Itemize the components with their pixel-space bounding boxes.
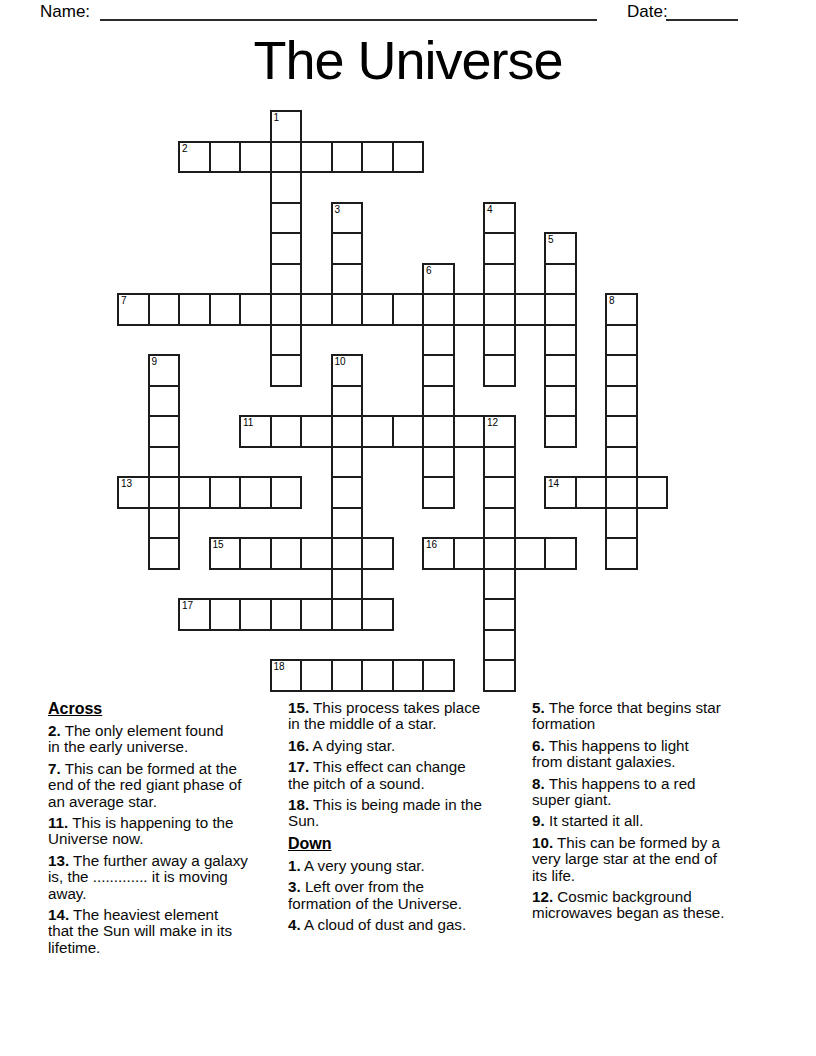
grid-cell-r5c14[interactable] xyxy=(544,263,577,296)
grid-cell-r16c8[interactable] xyxy=(361,598,394,631)
grid-cell-r10c8[interactable] xyxy=(361,415,394,448)
clue-number-2: 2 xyxy=(182,143,188,154)
clue-item-text: A cloud of dust and gas. xyxy=(304,916,466,933)
grid-cell-r16c5[interactable] xyxy=(270,598,303,631)
clue-item-10: 10. This can be formed by a very large s… xyxy=(532,835,784,884)
clue-item-15: 15. This process takes place in the midd… xyxy=(288,700,526,733)
grid-cell-r14c10[interactable]: 16 xyxy=(422,537,455,570)
clue-number-8: 8 xyxy=(609,295,615,306)
grid-cell-r12c3[interactable] xyxy=(209,476,242,509)
clue-number-10: 10 xyxy=(335,356,346,367)
clue-item-9: 9. It started it all. xyxy=(532,813,784,829)
grid-cell-r14c3[interactable]: 15 xyxy=(209,537,242,570)
grid-cell-r3c12[interactable]: 4 xyxy=(483,202,516,235)
grid-cell-r13c12[interactable] xyxy=(483,507,516,540)
clue-item-text: This is happening to the Universe now. xyxy=(48,814,234,847)
grid-cell-r10c9[interactable] xyxy=(392,415,425,448)
grid-cell-r1c5[interactable] xyxy=(270,141,303,174)
grid-cell-r18c8[interactable] xyxy=(361,659,394,692)
clue-item-4: 4. A cloud of dust and gas. xyxy=(288,917,526,933)
clue-item-13: 13. The further away a galaxy is, the ..… xyxy=(48,853,288,902)
clue-column-3: 5. The force that begins star formation6… xyxy=(532,700,784,927)
grid-cell-r8c10[interactable] xyxy=(422,354,455,387)
grid-cell-r18c12[interactable] xyxy=(483,659,516,692)
clue-item-6: 6. This happens to light from distant ga… xyxy=(532,738,784,771)
grid-cell-r10c1[interactable] xyxy=(148,415,181,448)
clue-item-2: 2. The only element found in the early u… xyxy=(48,723,288,756)
grid-cell-r1c9[interactable] xyxy=(392,141,425,174)
grid-cell-r12c15[interactable] xyxy=(575,476,608,509)
clue-item-1: 1. A very young star. xyxy=(288,858,526,874)
grid-cell-r4c5[interactable] xyxy=(270,232,303,265)
clue-item-number: 5. xyxy=(532,699,545,716)
grid-cell-r1c6[interactable] xyxy=(300,141,333,174)
grid-cell-r14c8[interactable] xyxy=(361,537,394,570)
grid-cell-r14c11[interactable] xyxy=(453,537,486,570)
grid-cell-r15c12[interactable] xyxy=(483,568,516,601)
clue-item-5: 5. The force that begins star formation xyxy=(532,700,784,733)
grid-cell-r14c12[interactable] xyxy=(483,537,516,570)
grid-cell-r8c7[interactable]: 10 xyxy=(331,354,364,387)
clue-item-number: 9. xyxy=(532,812,545,829)
grid-cell-r12c14[interactable]: 14 xyxy=(544,476,577,509)
grid-cell-r12c4[interactable] xyxy=(239,476,272,509)
grid-cell-r6c4[interactable] xyxy=(239,293,272,326)
grid-cell-r13c16[interactable] xyxy=(605,507,638,540)
clue-item-text: This happens to light from distant galax… xyxy=(532,737,689,770)
clue-item-17: 17. This effect can change the pitch of … xyxy=(288,759,526,792)
grid-cell-r11c1[interactable] xyxy=(148,446,181,479)
grid-cell-r15c7[interactable] xyxy=(331,568,364,601)
clue-column-1: Across2. The only element found in the e… xyxy=(48,700,288,961)
grid-cell-r16c3[interactable] xyxy=(209,598,242,631)
grid-cell-r14c1[interactable] xyxy=(148,537,181,570)
clue-item-text: The only element found in the early univ… xyxy=(48,722,223,755)
clue-number-6: 6 xyxy=(426,265,432,276)
clue-item-3: 3. Left over from the formation of the U… xyxy=(288,879,526,912)
grid-cell-r10c10[interactable] xyxy=(422,415,455,448)
clue-item-number: 1. xyxy=(288,857,301,874)
clue-item-number: 3. xyxy=(288,878,301,895)
grid-cell-r4c14[interactable]: 5 xyxy=(544,232,577,265)
grid-cell-r8c16[interactable] xyxy=(605,354,638,387)
grid-cell-r10c6[interactable] xyxy=(300,415,333,448)
clue-number-3: 3 xyxy=(335,204,341,215)
clue-item-text: Left over from the formation of the Univ… xyxy=(288,878,462,911)
grid-cell-r12c10[interactable] xyxy=(422,476,455,509)
grid-cell-r10c4[interactable]: 11 xyxy=(239,415,272,448)
grid-cell-r11c7[interactable] xyxy=(331,446,364,479)
clue-number-9: 9 xyxy=(152,356,158,367)
date-label: Date: xyxy=(627,2,668,22)
clue-number-5: 5 xyxy=(548,234,554,245)
grid-cell-r7c5[interactable] xyxy=(270,324,303,357)
clue-item-number: 13. xyxy=(48,852,69,869)
clue-item-number: 18. xyxy=(288,796,309,813)
clue-item-text: This is being made in the Sun. xyxy=(288,796,482,829)
grid-cell-r16c7[interactable] xyxy=(331,598,364,631)
clue-number-1: 1 xyxy=(274,112,280,123)
grid-cell-r1c2[interactable]: 2 xyxy=(178,141,211,174)
grid-cell-r6c7[interactable] xyxy=(331,293,364,326)
grid-cell-r18c7[interactable] xyxy=(331,659,364,692)
clue-item-number: 17. xyxy=(288,758,309,775)
grid-cell-r5c10[interactable]: 6 xyxy=(422,263,455,296)
grid-cell-r12c16[interactable] xyxy=(605,476,638,509)
grid-cell-r6c6[interactable] xyxy=(300,293,333,326)
grid-cell-r9c10[interactable] xyxy=(422,385,455,418)
clue-item-8: 8. This happens to a red super giant. xyxy=(532,776,784,809)
grid-cell-r18c6[interactable] xyxy=(300,659,333,692)
clue-item-number: 4. xyxy=(288,916,301,933)
clue-number-15: 15 xyxy=(213,539,224,550)
clue-number-16: 16 xyxy=(426,539,437,550)
clue-item-text: The heaviest element that the Sun will m… xyxy=(48,906,232,956)
clue-number-7: 7 xyxy=(121,295,127,306)
grid-cell-r10c11[interactable] xyxy=(453,415,486,448)
crossword-grid: 123456789101112131415161718 xyxy=(117,110,670,692)
clue-column-2: 15. This process takes place in the midd… xyxy=(288,700,526,938)
date-fill-line[interactable] xyxy=(666,19,738,21)
clue-number-13: 13 xyxy=(121,478,132,489)
clue-item-text: A dying star. xyxy=(313,737,396,754)
grid-cell-r6c10[interactable] xyxy=(422,293,455,326)
grid-cell-r8c14[interactable] xyxy=(544,354,577,387)
grid-cell-r10c14[interactable] xyxy=(544,415,577,448)
grid-cell-r6c12[interactable] xyxy=(483,293,516,326)
grid-cell-r6c2[interactable] xyxy=(178,293,211,326)
grid-cell-r9c7[interactable] xyxy=(331,385,364,418)
grid-cell-r12c0[interactable]: 13 xyxy=(117,476,150,509)
grid-cell-r16c12[interactable] xyxy=(483,598,516,631)
grid-cell-r18c5[interactable]: 18 xyxy=(270,659,303,692)
grid-cell-r18c10[interactable] xyxy=(422,659,455,692)
grid-cell-r10c5[interactable] xyxy=(270,415,303,448)
grid-cell-r8c12[interactable] xyxy=(483,354,516,387)
grid-cell-r5c5[interactable] xyxy=(270,263,303,296)
grid-cell-r6c14[interactable] xyxy=(544,293,577,326)
clue-item-text: The further away a galaxy is, the ......… xyxy=(48,852,248,902)
grid-cell-r14c7[interactable] xyxy=(331,537,364,570)
grid-cell-r6c8[interactable] xyxy=(361,293,394,326)
grid-cell-r5c7[interactable] xyxy=(331,263,364,296)
grid-cell-r9c14[interactable] xyxy=(544,385,577,418)
clue-item-number: 11. xyxy=(48,814,68,831)
grid-cell-r12c2[interactable] xyxy=(178,476,211,509)
grid-cell-r16c4[interactable] xyxy=(239,598,272,631)
grid-cell-r8c5[interactable] xyxy=(270,354,303,387)
grid-cell-r1c7[interactable] xyxy=(331,141,364,174)
clue-number-14: 14 xyxy=(548,478,559,489)
clue-item-text: It started it all. xyxy=(549,812,644,829)
clue-item-text: This can be formed by a very large star … xyxy=(532,834,720,884)
grid-cell-r7c14[interactable] xyxy=(544,324,577,357)
grid-cell-r6c3[interactable] xyxy=(209,293,242,326)
clue-item-12: 12. Cosmic background microwaves began a… xyxy=(532,889,784,922)
clue-number-11: 11 xyxy=(243,417,253,428)
grid-cell-r7c10[interactable] xyxy=(422,324,455,357)
grid-cell-r11c10[interactable] xyxy=(422,446,455,479)
clue-item-text: Cosmic background microwaves began as th… xyxy=(532,888,724,921)
grid-cell-r6c16[interactable]: 8 xyxy=(605,293,638,326)
grid-cell-r11c16[interactable] xyxy=(605,446,638,479)
grid-cell-r7c16[interactable] xyxy=(605,324,638,357)
grid-cell-r9c1[interactable] xyxy=(148,385,181,418)
grid-cell-r14c4[interactable] xyxy=(239,537,272,570)
grid-cell-r8c1[interactable]: 9 xyxy=(148,354,181,387)
grid-cell-r14c5[interactable] xyxy=(270,537,303,570)
grid-cell-r4c12[interactable] xyxy=(483,232,516,265)
grid-cell-r14c6[interactable] xyxy=(300,537,333,570)
grid-cell-r10c12[interactable]: 12 xyxy=(483,415,516,448)
grid-cell-r6c5[interactable] xyxy=(270,293,303,326)
grid-cell-r12c12[interactable] xyxy=(483,476,516,509)
clue-item-number: 15. xyxy=(288,699,309,716)
grid-cell-r12c17[interactable] xyxy=(636,476,669,509)
clue-item-16: 16. A dying star. xyxy=(288,738,526,754)
grid-cell-r14c16[interactable] xyxy=(605,537,638,570)
clue-item-text: The force that begins star formation xyxy=(532,699,721,732)
name-label: Name: xyxy=(40,2,90,22)
clue-item-14: 14. The heaviest element that the Sun wi… xyxy=(48,907,288,956)
clue-item-number: 6. xyxy=(532,737,545,754)
grid-cell-r6c1[interactable] xyxy=(148,293,181,326)
grid-cell-r11c12[interactable] xyxy=(483,446,516,479)
clue-number-4: 4 xyxy=(487,204,493,215)
clue-number-18: 18 xyxy=(274,661,285,672)
grid-cell-r17c12[interactable] xyxy=(483,629,516,662)
grid-cell-r6c13[interactable] xyxy=(514,293,547,326)
grid-cell-r6c9[interactable] xyxy=(392,293,425,326)
clue-item-number: 8. xyxy=(532,775,545,792)
clue-number-12: 12 xyxy=(487,417,498,428)
grid-cell-r18c9[interactable] xyxy=(392,659,425,692)
grid-cell-r12c7[interactable] xyxy=(331,476,364,509)
clue-item-number: 12. xyxy=(532,888,553,905)
clue-item-7: 7. This can be formed at the end of the … xyxy=(48,761,288,810)
grid-cell-r6c0[interactable]: 7 xyxy=(117,293,150,326)
grid-cell-r10c7[interactable] xyxy=(331,415,364,448)
grid-cell-r9c16[interactable] xyxy=(605,385,638,418)
grid-cell-r7c12[interactable] xyxy=(483,324,516,357)
clue-item-number: 2. xyxy=(48,722,61,739)
clue-item-text: A very young star. xyxy=(304,857,425,874)
clue-item-text: This process takes place in the middle o… xyxy=(288,699,480,732)
page-title: The Universe xyxy=(0,31,816,90)
name-fill-line[interactable] xyxy=(100,19,597,21)
grid-cell-r1c4[interactable] xyxy=(239,141,272,174)
grid-cell-r3c5[interactable] xyxy=(270,202,303,235)
grid-cell-r10c16[interactable] xyxy=(605,415,638,448)
grid-cell-r14c14[interactable] xyxy=(544,537,577,570)
grid-cell-r3c7[interactable]: 3 xyxy=(331,202,364,235)
grid-cell-r16c2[interactable]: 17 xyxy=(178,598,211,631)
grid-cell-r2c5[interactable] xyxy=(270,171,303,204)
clue-item-text: This happens to a red super giant. xyxy=(532,775,696,808)
grid-cell-r1c8[interactable] xyxy=(361,141,394,174)
grid-cell-r4c7[interactable] xyxy=(331,232,364,265)
grid-cell-r13c1[interactable] xyxy=(148,507,181,540)
grid-cell-r6c11[interactable] xyxy=(453,293,486,326)
clue-item-number: 7. xyxy=(48,760,61,777)
clue-list-header-across: Across xyxy=(48,700,288,717)
clue-item-text: This can be formed at the end of the red… xyxy=(48,760,241,810)
clue-item-number: 16. xyxy=(288,737,309,754)
clue-item-text: This effect can change the pitch of a so… xyxy=(288,758,466,791)
grid-cell-r12c1[interactable] xyxy=(148,476,181,509)
clue-item-11: 11. This is happening to the Universe no… xyxy=(48,815,288,848)
grid-cell-r1c3[interactable] xyxy=(209,141,242,174)
clue-item-number: 10. xyxy=(532,834,553,851)
clue-item-number: 14. xyxy=(48,906,69,923)
grid-cell-r16c6[interactable] xyxy=(300,598,333,631)
grid-cell-r5c12[interactable] xyxy=(483,263,516,296)
clue-number-17: 17 xyxy=(182,600,193,611)
clue-list-header-down: Down xyxy=(288,835,526,852)
grid-cell-r14c13[interactable] xyxy=(514,537,547,570)
grid-cell-r13c7[interactable] xyxy=(331,507,364,540)
grid-cell-r12c5[interactable] xyxy=(270,476,303,509)
clue-item-18: 18. This is being made in the Sun. xyxy=(288,797,526,830)
grid-cell-r0c5[interactable]: 1 xyxy=(270,110,303,143)
